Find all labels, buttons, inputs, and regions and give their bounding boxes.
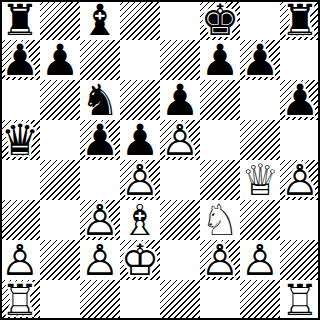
black-pawn-icon: ♟ [0, 40, 40, 80]
square-h7[interactable] [280, 40, 320, 80]
piece-white-knight[interactable]: ♞♘ [200, 200, 240, 240]
square-h5[interactable] [280, 120, 320, 160]
piece-black-pawn[interactable]: ♟ [40, 40, 80, 80]
square-h4[interactable]: ♟♙ [280, 160, 320, 200]
square-d6[interactable] [120, 80, 160, 120]
black-pawn-icon: ♟ [120, 120, 160, 160]
square-d1[interactable] [120, 280, 160, 320]
square-a8[interactable]: ♜ [0, 0, 40, 40]
square-f4[interactable] [200, 160, 240, 200]
square-f7[interactable]: ♟ [200, 40, 240, 80]
black-queen-icon: ♛ [0, 120, 40, 160]
black-rook-icon: ♜ [280, 0, 320, 40]
square-d2[interactable]: ♚♔ [120, 240, 160, 280]
white-pawn-icon: ♙ [200, 240, 240, 280]
white-pawn-icon: ♙ [80, 200, 120, 240]
piece-white-pawn[interactable]: ♟♙ [0, 240, 40, 280]
square-f8[interactable]: ♚ [200, 0, 240, 40]
square-b1[interactable] [40, 280, 80, 320]
piece-white-pawn[interactable]: ♟♙ [200, 240, 240, 280]
square-c1[interactable] [80, 280, 120, 320]
piece-black-queen[interactable]: ♛ [0, 120, 40, 160]
square-c2[interactable]: ♟♙ [80, 240, 120, 280]
piece-black-pawn[interactable]: ♟ [160, 80, 200, 120]
white-rook-icon: ♖ [280, 280, 320, 320]
square-a6[interactable] [0, 80, 40, 120]
square-c8[interactable]: ♝ [80, 0, 120, 40]
square-h1[interactable]: ♜♖ [280, 280, 320, 320]
black-knight-icon: ♞ [80, 80, 120, 120]
black-bishop-icon: ♝ [80, 0, 120, 40]
piece-white-pawn[interactable]: ♟♙ [280, 160, 320, 200]
square-c4[interactable] [80, 160, 120, 200]
square-c7[interactable] [80, 40, 120, 80]
square-a7[interactable]: ♟ [0, 40, 40, 80]
square-g1[interactable] [240, 280, 280, 320]
square-f3[interactable]: ♞♘ [200, 200, 240, 240]
square-a4[interactable] [0, 160, 40, 200]
black-pawn-icon: ♟ [200, 40, 240, 80]
square-g2[interactable]: ♟♙ [240, 240, 280, 280]
square-b6[interactable] [40, 80, 80, 120]
black-pawn-icon: ♟ [40, 40, 80, 80]
square-g7[interactable]: ♟ [240, 40, 280, 80]
black-rook-icon: ♜ [0, 0, 40, 40]
piece-white-pawn[interactable]: ♟♙ [240, 240, 280, 280]
square-a1[interactable]: ♜♖ [0, 280, 40, 320]
square-c3[interactable]: ♟♙ [80, 200, 120, 240]
square-h6[interactable]: ♟ [280, 80, 320, 120]
square-g5[interactable] [240, 120, 280, 160]
square-e4[interactable] [160, 160, 200, 200]
square-f6[interactable] [200, 80, 240, 120]
piece-white-pawn[interactable]: ♟♙ [80, 200, 120, 240]
white-rook-icon: ♖ [0, 280, 40, 320]
white-pawn-icon: ♙ [120, 160, 160, 200]
square-d7[interactable] [120, 40, 160, 80]
square-f2[interactable]: ♟♙ [200, 240, 240, 280]
white-pawn-icon: ♙ [280, 160, 320, 200]
piece-white-pawn[interactable]: ♟♙ [120, 160, 160, 200]
piece-black-pawn[interactable]: ♟ [120, 120, 160, 160]
square-a5[interactable]: ♛ [0, 120, 40, 160]
square-e7[interactable] [160, 40, 200, 80]
square-g8[interactable] [240, 0, 280, 40]
square-e6[interactable]: ♟ [160, 80, 200, 120]
square-d5[interactable]: ♟ [120, 120, 160, 160]
square-e3[interactable] [160, 200, 200, 240]
square-h2[interactable] [280, 240, 320, 280]
piece-black-pawn[interactable]: ♟ [240, 40, 280, 80]
black-pawn-icon: ♟ [280, 80, 320, 120]
piece-black-rook[interactable]: ♜ [280, 0, 320, 40]
square-h3[interactable] [280, 200, 320, 240]
white-bishop-icon: ♗ [120, 200, 160, 240]
square-c6[interactable]: ♞ [80, 80, 120, 120]
square-b2[interactable] [40, 240, 80, 280]
piece-white-rook[interactable]: ♜♖ [0, 280, 40, 320]
piece-black-pawn[interactable]: ♟ [80, 120, 120, 160]
white-pawn-icon: ♙ [240, 240, 280, 280]
piece-black-pawn[interactable]: ♟ [280, 80, 320, 120]
square-e2[interactable] [160, 240, 200, 280]
piece-white-pawn[interactable]: ♟♙ [80, 240, 120, 280]
black-pawn-icon: ♟ [80, 120, 120, 160]
piece-white-pawn[interactable]: ♟♙ [160, 120, 200, 160]
piece-white-bishop[interactable]: ♝♗ [120, 200, 160, 240]
white-king-icon: ♔ [120, 240, 160, 280]
piece-black-rook[interactable]: ♜ [0, 0, 40, 40]
square-a2[interactable]: ♟♙ [0, 240, 40, 280]
piece-black-bishop[interactable]: ♝ [80, 0, 120, 40]
white-pawn-icon: ♙ [160, 120, 200, 160]
square-d8[interactable] [120, 0, 160, 40]
square-f1[interactable] [200, 280, 240, 320]
square-e5[interactable]: ♟♙ [160, 120, 200, 160]
square-a3[interactable] [0, 200, 40, 240]
square-e1[interactable] [160, 280, 200, 320]
white-pawn-icon: ♙ [80, 240, 120, 280]
chess-board: ♜♝♚♜♟♟♟♟♞♟♟♛♟♟♟♙♟♙♛♕♟♙♟♙♝♗♞♘♟♙♟♙♚♔♟♙♟♙♜♖… [0, 0, 320, 320]
square-b8[interactable] [40, 0, 80, 40]
piece-white-rook[interactable]: ♜♖ [280, 280, 320, 320]
square-d4[interactable]: ♟♙ [120, 160, 160, 200]
square-b5[interactable] [40, 120, 80, 160]
white-knight-icon: ♘ [200, 200, 240, 240]
white-queen-icon: ♕ [240, 160, 280, 200]
square-e8[interactable] [160, 0, 200, 40]
square-g3[interactable] [240, 200, 280, 240]
square-b3[interactable] [40, 200, 80, 240]
piece-white-queen[interactable]: ♛♕ [240, 160, 280, 200]
piece-black-knight[interactable]: ♞ [80, 80, 120, 120]
white-pawn-icon: ♙ [0, 240, 40, 280]
square-g4[interactable]: ♛♕ [240, 160, 280, 200]
square-g6[interactable] [240, 80, 280, 120]
square-d3[interactable]: ♝♗ [120, 200, 160, 240]
piece-white-king[interactable]: ♚♔ [120, 240, 160, 280]
square-f5[interactable] [200, 120, 240, 160]
piece-black-pawn[interactable]: ♟ [0, 40, 40, 80]
square-b4[interactable] [40, 160, 80, 200]
piece-black-pawn[interactable]: ♟ [200, 40, 240, 80]
square-b7[interactable]: ♟ [40, 40, 80, 80]
piece-black-king[interactable]: ♚ [200, 0, 240, 40]
black-king-icon: ♚ [200, 0, 240, 40]
square-h8[interactable]: ♜ [280, 0, 320, 40]
black-pawn-icon: ♟ [160, 80, 200, 120]
square-c5[interactable]: ♟ [80, 120, 120, 160]
black-pawn-icon: ♟ [240, 40, 280, 80]
